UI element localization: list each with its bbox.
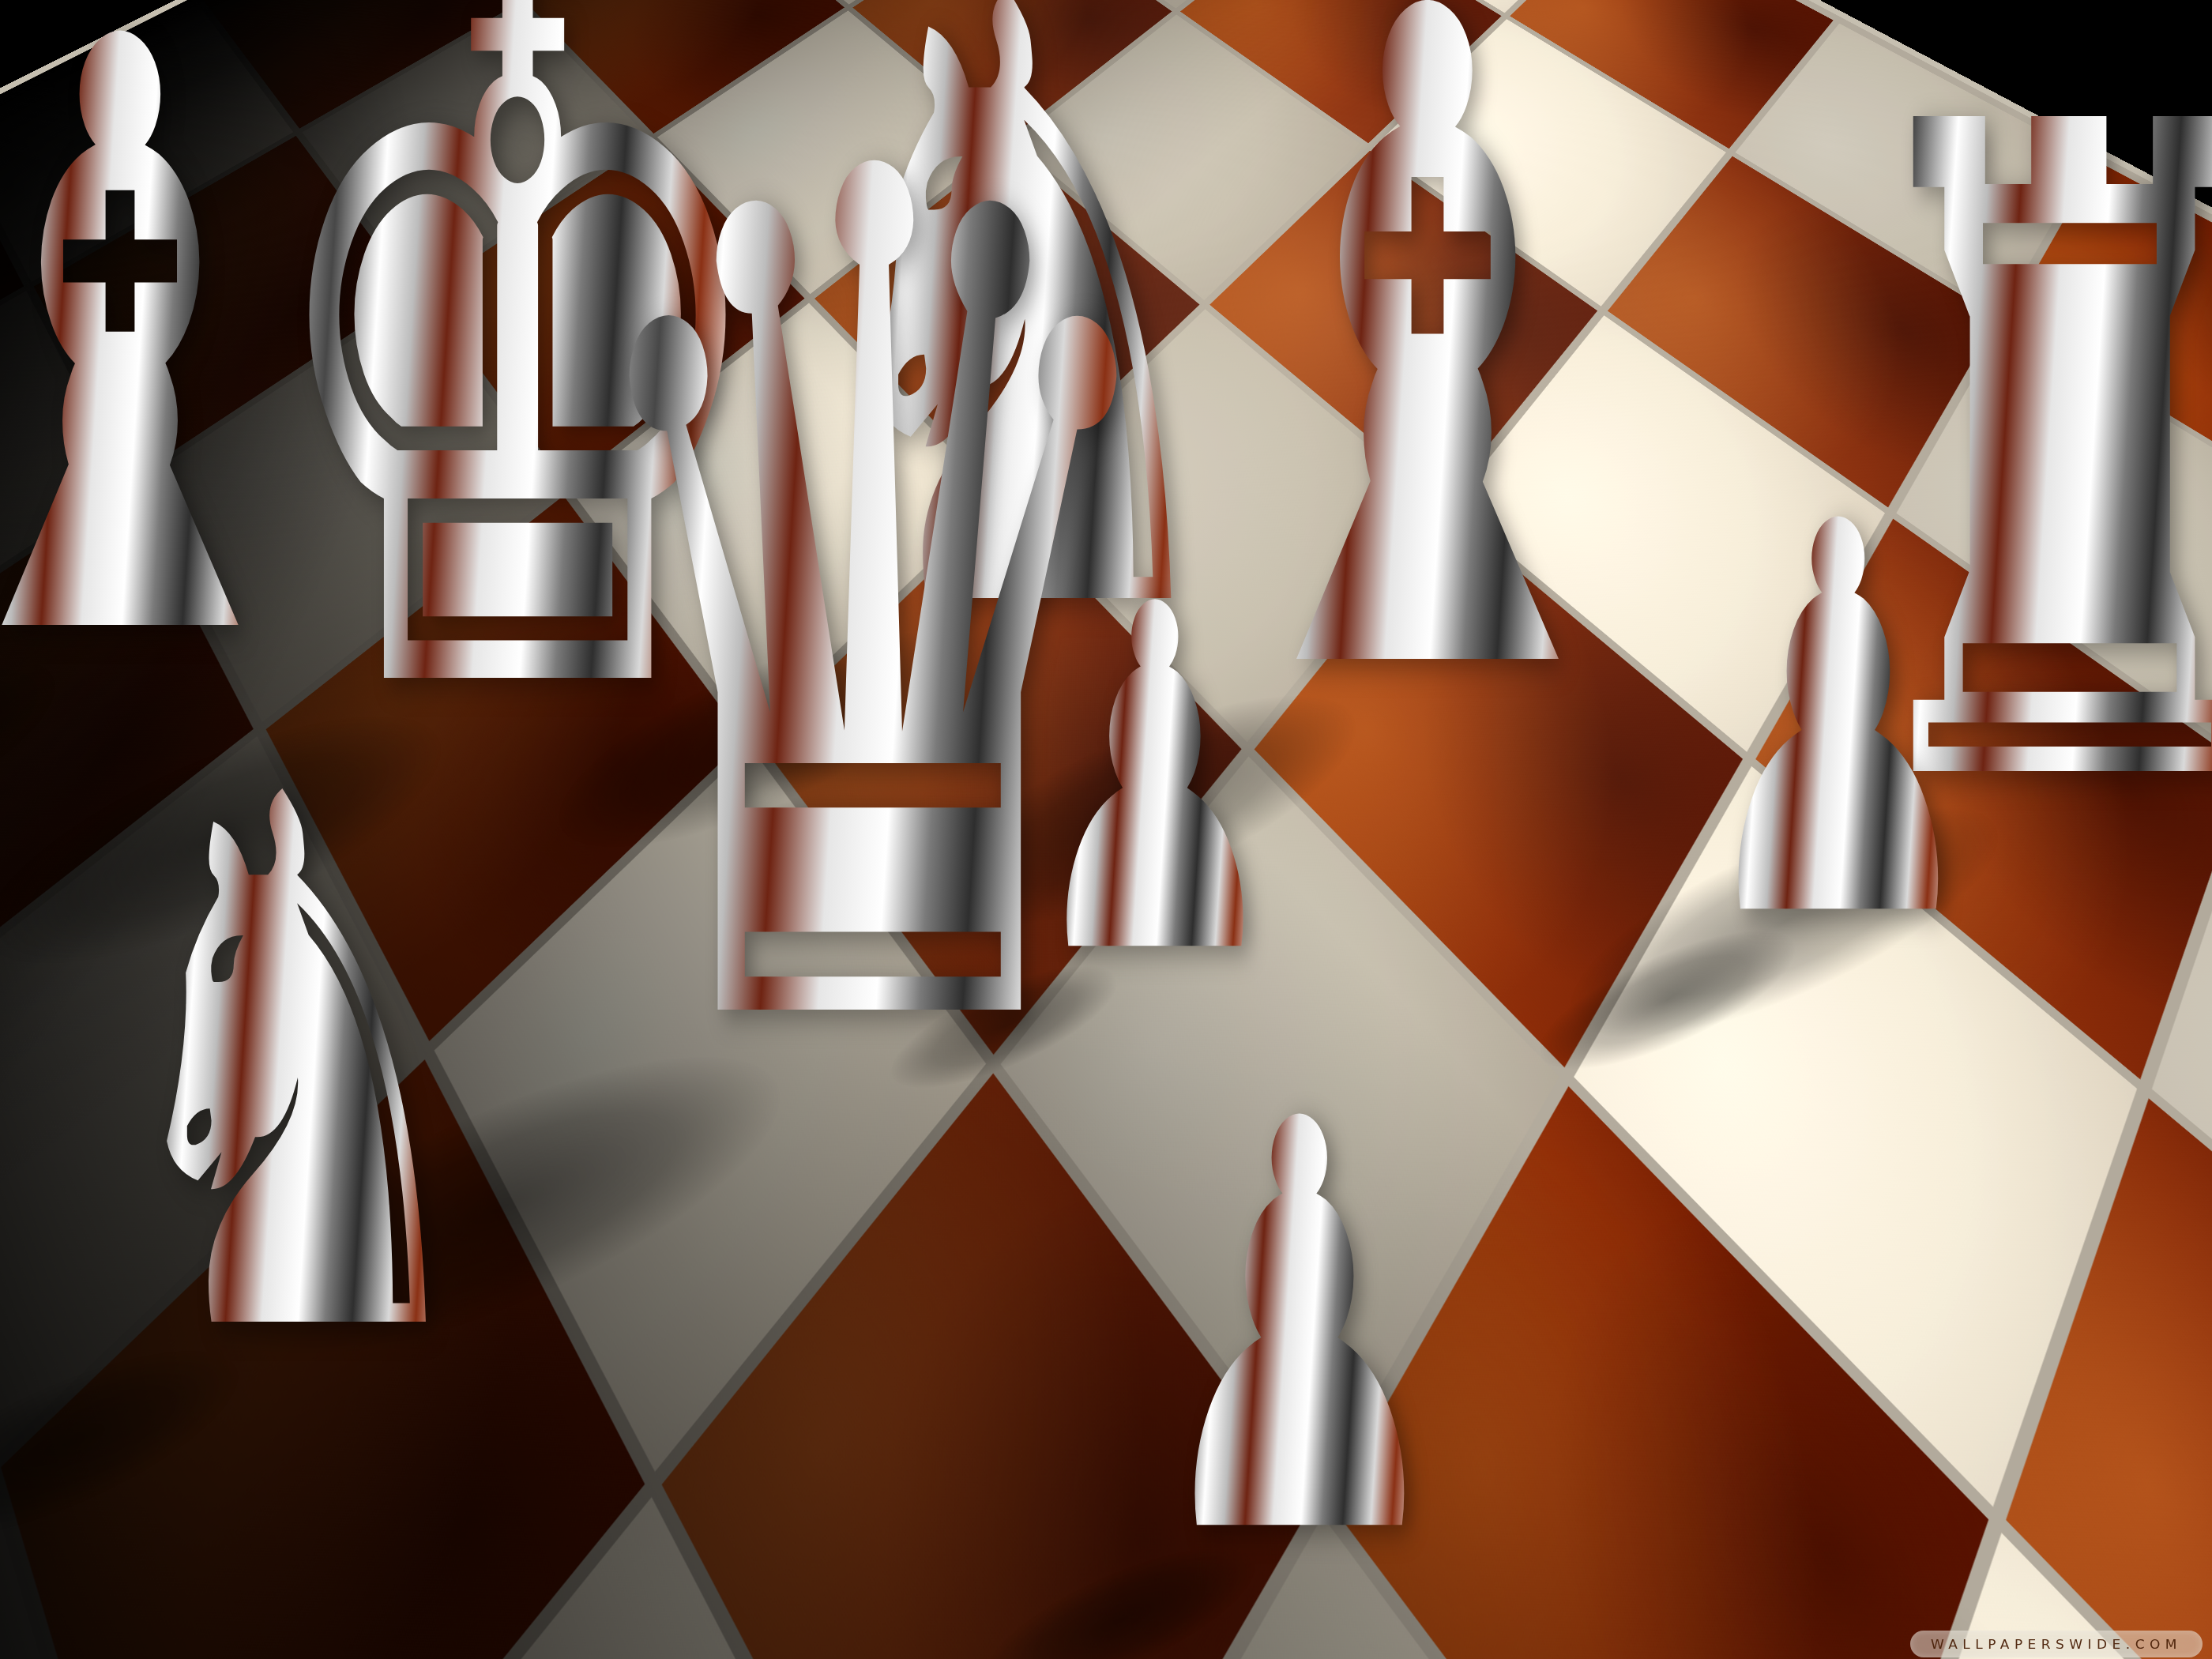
watermark-text: WALLPAPERSWIDE.COM (1931, 1637, 2182, 1651)
board-perspective-wrapper (0, 0, 2212, 1659)
wallpaper-scene: ♝♚♞♝♜♛♟♟♞♟ WALLPAPERSWIDE.COM (0, 0, 2212, 1659)
chess-board (0, 0, 2212, 1659)
watermark-pill: WALLPAPERSWIDE.COM (1910, 1631, 2203, 1657)
